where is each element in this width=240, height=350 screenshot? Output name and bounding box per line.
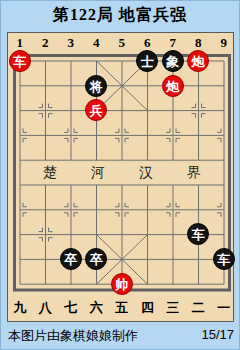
file-label: 四	[135, 300, 161, 316]
file-label: 七	[58, 300, 84, 316]
piece-black-士[interactable]: 士	[136, 50, 158, 72]
caption-bar: 本图片由象棋娘娘制作 15/17	[8, 327, 234, 345]
file-label: 六	[84, 300, 110, 316]
file-label: 八	[33, 300, 59, 316]
piece-red-炮[interactable]: 炮	[162, 75, 184, 97]
xiangqi-diagram-page: 第122局 地富兵强 123456789 楚河汉界 车士象炮将炮兵车卒卒车帅 九…	[0, 0, 240, 350]
piece-black-将[interactable]: 将	[85, 75, 107, 97]
page-indicator: 15/17	[201, 327, 234, 345]
piece-red-车[interactable]: 车	[9, 50, 31, 72]
piece-black-象[interactable]: 象	[162, 50, 184, 72]
piece-black-卒[interactable]: 卒	[60, 248, 82, 270]
file-label: 三	[160, 300, 186, 316]
file-labels-bottom: 九八七六五四三二一	[7, 300, 236, 316]
file-label: 五	[109, 300, 135, 316]
file-label: 一	[211, 300, 237, 316]
file-label: 九	[7, 300, 33, 316]
piece-red-炮[interactable]: 炮	[187, 50, 209, 72]
piece-black-车[interactable]: 车	[213, 248, 235, 270]
piece-black-车[interactable]: 车	[187, 223, 209, 245]
xiangqi-board: 123456789 楚河汉界 车士象炮将炮兵车卒卒车帅 九八七六五四三二一	[7, 32, 234, 322]
piece-red-兵[interactable]: 兵	[85, 99, 107, 121]
puzzle-title: 第122局 地富兵强	[1, 5, 239, 26]
piece-layer: 车士象炮将炮兵车卒卒车帅	[7, 49, 237, 297]
file-label: 二	[186, 300, 212, 316]
piece-red-帅[interactable]: 帅	[111, 273, 133, 295]
piece-black-卒[interactable]: 卒	[85, 248, 107, 270]
credit-text: 本图片由象棋娘娘制作	[8, 327, 138, 345]
